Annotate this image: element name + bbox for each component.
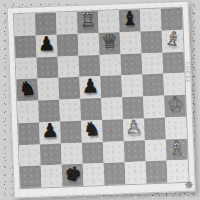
square-a5: ♞	[16, 79, 38, 102]
square-g5	[142, 74, 164, 97]
black-knight: ♞	[83, 119, 101, 139]
white-king: ♔	[166, 94, 184, 114]
black-knight: ♞	[18, 78, 37, 99]
square-c6	[58, 55, 80, 78]
square-d1	[83, 163, 105, 186]
square-d5: ♟	[79, 76, 101, 99]
square-g4	[143, 96, 165, 119]
white-pawn: ♙	[125, 118, 143, 138]
square-f3: ♙	[123, 118, 145, 141]
square-e5	[100, 75, 122, 98]
square-a8	[14, 13, 36, 36]
square-c1: ♚	[62, 164, 84, 187]
square-f8: ♝	[119, 9, 141, 32]
square-d2	[82, 141, 104, 164]
square-c8	[56, 12, 78, 35]
square-a4	[17, 100, 39, 123]
black-king: ♚	[63, 162, 84, 185]
square-h7: ♗	[162, 30, 184, 53]
square-f7	[120, 31, 142, 54]
square-h6	[162, 51, 184, 74]
black-pawn: ♟	[38, 34, 56, 54]
square-f2	[124, 140, 146, 163]
black-pawn: ♟	[41, 121, 59, 141]
square-g2	[145, 139, 167, 162]
black-bishop: ♝	[121, 9, 139, 29]
square-b1	[41, 165, 63, 188]
square-c7	[57, 34, 79, 57]
square-b7: ♟	[36, 34, 58, 57]
square-g8	[140, 9, 162, 32]
white-queen: ♕	[101, 31, 119, 51]
white-bishop: ♗	[168, 138, 186, 158]
square-g7	[141, 30, 163, 53]
square-e1	[104, 162, 126, 185]
white-rook: ♖	[79, 11, 97, 31]
square-a2	[19, 144, 41, 167]
square-h4: ♔	[164, 95, 186, 118]
square-b2	[40, 143, 62, 166]
square-f6	[121, 53, 143, 76]
black-pawn: ♟	[81, 76, 99, 96]
square-d7	[78, 33, 100, 56]
square-e7: ♕	[99, 32, 121, 55]
square-d8: ♖	[77, 11, 99, 34]
square-b6	[37, 56, 59, 79]
chess-board: ♖♝♟♕♗♞♟♔♟♞♙♗♚ CHESS ✵	[7, 1, 196, 199]
square-b5	[37, 78, 59, 101]
square-a1	[20, 166, 42, 189]
square-b3: ♟	[39, 121, 61, 144]
square-f1	[125, 162, 147, 185]
square-c3	[60, 121, 82, 144]
white-bishop: ♗	[163, 28, 183, 50]
square-c5	[58, 77, 80, 100]
board-corner-emblem-icon: ✵	[184, 179, 194, 192]
square-c4	[59, 99, 81, 122]
square-h2: ♗	[166, 138, 188, 161]
square-g6	[142, 52, 164, 75]
square-a3	[18, 122, 40, 145]
square-e3	[102, 119, 124, 142]
square-a7	[15, 35, 37, 58]
square-f5	[121, 75, 143, 98]
square-e6	[100, 54, 122, 77]
square-g1	[146, 161, 168, 184]
square-g3	[144, 117, 166, 140]
square-e4	[101, 97, 123, 120]
board-edge-branding-text: CHESS	[184, 62, 191, 84]
square-d3: ♞	[81, 120, 103, 143]
board-grid: ♖♝♟♕♗♞♟♔♟♞♙♗♚	[14, 8, 189, 188]
square-e2	[103, 141, 125, 164]
